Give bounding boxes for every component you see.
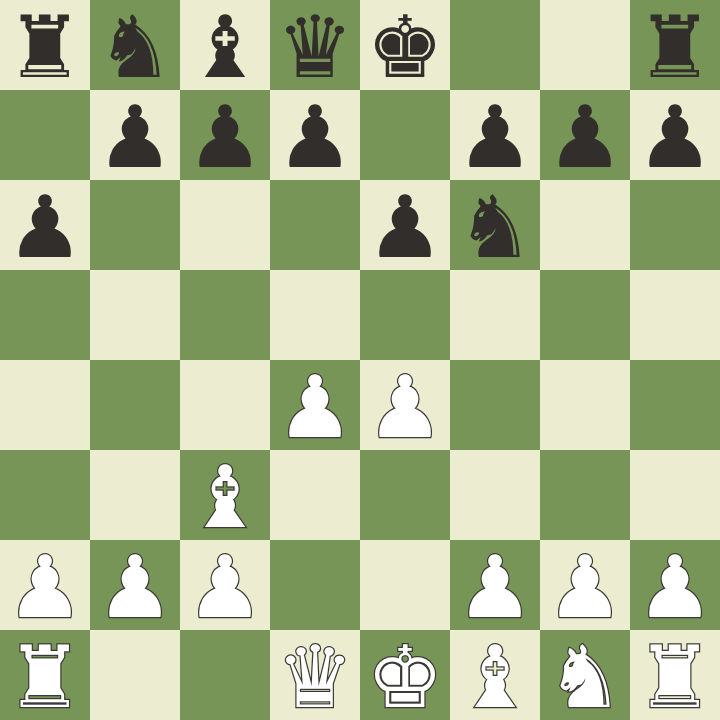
square-b1[interactable] <box>90 630 180 720</box>
square-e3[interactable] <box>360 450 450 540</box>
white-rook[interactable]: ♜ <box>636 634 713 720</box>
square-c4[interactable] <box>180 360 270 450</box>
square-h7[interactable]: ♟ <box>630 90 720 180</box>
square-b5[interactable] <box>90 270 180 360</box>
square-d5[interactable] <box>270 270 360 360</box>
square-b2[interactable]: ♟ <box>90 540 180 630</box>
square-g4[interactable] <box>540 360 630 450</box>
black-knight[interactable]: ♞ <box>456 184 533 270</box>
square-d6[interactable] <box>270 180 360 270</box>
square-b3[interactable] <box>90 450 180 540</box>
black-king[interactable]: ♚ <box>366 4 443 90</box>
square-c6[interactable] <box>180 180 270 270</box>
chess-board: ♜♞♝♛♚♜♟♟♟♟♟♟♟♟♞♟♟♝♟♟♟♟♟♟♜♛♚♝♞♜ <box>0 0 720 720</box>
square-c3[interactable]: ♝ <box>180 450 270 540</box>
square-h2[interactable]: ♟ <box>630 540 720 630</box>
square-g2[interactable]: ♟ <box>540 540 630 630</box>
square-a7[interactable] <box>0 90 90 180</box>
square-c7[interactable]: ♟ <box>180 90 270 180</box>
square-e7[interactable] <box>360 90 450 180</box>
square-b8[interactable]: ♞ <box>90 0 180 90</box>
white-bishop[interactable]: ♝ <box>186 454 263 540</box>
white-knight[interactable]: ♞ <box>546 634 623 720</box>
black-pawn[interactable]: ♟ <box>96 94 173 180</box>
square-f3[interactable] <box>450 450 540 540</box>
white-king[interactable]: ♚ <box>366 634 443 720</box>
square-d7[interactable]: ♟ <box>270 90 360 180</box>
square-a1[interactable]: ♜ <box>0 630 90 720</box>
square-d8[interactable]: ♛ <box>270 0 360 90</box>
square-e1[interactable]: ♚ <box>360 630 450 720</box>
square-f4[interactable] <box>450 360 540 450</box>
square-g8[interactable] <box>540 0 630 90</box>
square-f6[interactable]: ♞ <box>450 180 540 270</box>
square-e6[interactable]: ♟ <box>360 180 450 270</box>
square-d2[interactable] <box>270 540 360 630</box>
square-g1[interactable]: ♞ <box>540 630 630 720</box>
square-c2[interactable]: ♟ <box>180 540 270 630</box>
square-g7[interactable]: ♟ <box>540 90 630 180</box>
white-bishop[interactable]: ♝ <box>456 634 533 720</box>
square-h1[interactable]: ♜ <box>630 630 720 720</box>
black-pawn[interactable]: ♟ <box>186 94 263 180</box>
square-a2[interactable]: ♟ <box>0 540 90 630</box>
square-a3[interactable] <box>0 450 90 540</box>
square-f2[interactable]: ♟ <box>450 540 540 630</box>
square-e2[interactable] <box>360 540 450 630</box>
black-queen[interactable]: ♛ <box>276 4 353 90</box>
black-knight[interactable]: ♞ <box>96 4 173 90</box>
black-rook[interactable]: ♜ <box>636 4 713 90</box>
white-queen[interactable]: ♛ <box>276 634 353 720</box>
black-pawn[interactable]: ♟ <box>636 94 713 180</box>
white-pawn[interactable]: ♟ <box>96 544 173 630</box>
black-pawn[interactable]: ♟ <box>456 94 533 180</box>
square-f7[interactable]: ♟ <box>450 90 540 180</box>
square-f8[interactable] <box>450 0 540 90</box>
black-rook[interactable]: ♜ <box>6 4 83 90</box>
square-g5[interactable] <box>540 270 630 360</box>
square-f5[interactable] <box>450 270 540 360</box>
square-a4[interactable] <box>0 360 90 450</box>
square-b6[interactable] <box>90 180 180 270</box>
square-h8[interactable]: ♜ <box>630 0 720 90</box>
white-pawn[interactable]: ♟ <box>636 544 713 630</box>
square-h6[interactable] <box>630 180 720 270</box>
square-a6[interactable]: ♟ <box>0 180 90 270</box>
white-pawn[interactable]: ♟ <box>366 364 443 450</box>
square-b4[interactable] <box>90 360 180 450</box>
square-f1[interactable]: ♝ <box>450 630 540 720</box>
white-pawn[interactable]: ♟ <box>456 544 533 630</box>
square-d1[interactable]: ♛ <box>270 630 360 720</box>
square-h4[interactable] <box>630 360 720 450</box>
square-c8[interactable]: ♝ <box>180 0 270 90</box>
black-bishop[interactable]: ♝ <box>186 4 263 90</box>
square-d4[interactable]: ♟ <box>270 360 360 450</box>
square-c5[interactable] <box>180 270 270 360</box>
square-g3[interactable] <box>540 450 630 540</box>
white-pawn[interactable]: ♟ <box>546 544 623 630</box>
black-pawn[interactable]: ♟ <box>366 184 443 270</box>
square-a5[interactable] <box>0 270 90 360</box>
square-h3[interactable] <box>630 450 720 540</box>
white-pawn[interactable]: ♟ <box>6 544 83 630</box>
square-h5[interactable] <box>630 270 720 360</box>
square-c1[interactable] <box>180 630 270 720</box>
black-pawn[interactable]: ♟ <box>546 94 623 180</box>
white-rook[interactable]: ♜ <box>6 634 83 720</box>
square-b7[interactable]: ♟ <box>90 90 180 180</box>
square-d3[interactable] <box>270 450 360 540</box>
square-e5[interactable] <box>360 270 450 360</box>
white-pawn[interactable]: ♟ <box>276 364 353 450</box>
square-e8[interactable]: ♚ <box>360 0 450 90</box>
square-a8[interactable]: ♜ <box>0 0 90 90</box>
black-pawn[interactable]: ♟ <box>276 94 353 180</box>
black-pawn[interactable]: ♟ <box>6 184 83 270</box>
square-g6[interactable] <box>540 180 630 270</box>
white-pawn[interactable]: ♟ <box>186 544 263 630</box>
square-e4[interactable]: ♟ <box>360 360 450 450</box>
